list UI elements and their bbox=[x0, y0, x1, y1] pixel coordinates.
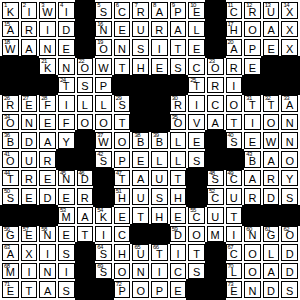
cell-r5-c14[interactable]: 32T bbox=[263, 95, 280, 112]
cell-r10-c2[interactable]: D bbox=[39, 188, 56, 205]
cell-r10-c4[interactable]: R bbox=[77, 188, 94, 205]
cell-r12-c6[interactable]: C bbox=[114, 226, 131, 243]
cell-r4-c3[interactable]: 24T bbox=[58, 77, 75, 94]
cell-letter: P bbox=[245, 43, 260, 55]
cell-r12-c5[interactable]: I bbox=[95, 226, 112, 243]
cell-r11-c6[interactable]: E bbox=[114, 207, 131, 224]
cell-r3-c13[interactable]: E bbox=[244, 58, 261, 75]
cell-letter: E bbox=[22, 99, 37, 111]
cell-letter: I bbox=[96, 229, 111, 241]
cell-r14-c1[interactable]: I bbox=[21, 263, 38, 280]
cell-r5-c15[interactable]: 33A bbox=[281, 95, 298, 112]
cell-letter: D bbox=[59, 24, 74, 36]
cell-r12-c3[interactable]: E bbox=[58, 226, 75, 243]
cell-r12-c12[interactable]: I bbox=[226, 226, 243, 243]
cell-r11-c5[interactable]: 54K bbox=[95, 207, 112, 224]
cell-letter: K bbox=[96, 211, 111, 223]
cell-r15-c9[interactable]: E bbox=[170, 281, 187, 298]
cell-letter: N bbox=[96, 24, 111, 36]
cell-letter: H bbox=[115, 248, 130, 260]
cell-letter: E bbox=[133, 155, 148, 167]
cell-letter: T bbox=[133, 211, 148, 223]
cell-r13-c0[interactable]: 63A bbox=[2, 244, 19, 261]
cell-r5-c4[interactable]: L bbox=[77, 95, 94, 112]
cell-r13-c14[interactable]: L bbox=[263, 244, 280, 261]
cell-r15-c14[interactable]: D bbox=[263, 281, 280, 298]
cell-letter: N bbox=[133, 266, 148, 278]
cell-r5-c10[interactable]: I bbox=[188, 95, 205, 112]
cell-r2-c3[interactable]: E bbox=[58, 39, 75, 56]
cell-letter: A bbox=[227, 43, 242, 55]
cell-letter: T bbox=[245, 99, 260, 111]
block-r0-c4 bbox=[77, 2, 94, 19]
cell-letter: C bbox=[227, 6, 242, 18]
cell-r1-c2[interactable]: I bbox=[39, 21, 56, 38]
cell-r14-c12[interactable]: 70L bbox=[226, 263, 243, 280]
cell-r1-c8[interactable]: R bbox=[151, 21, 168, 38]
cell-letter: E bbox=[171, 211, 186, 223]
cell-r5-c9[interactable]: 30R bbox=[170, 95, 187, 112]
cell-r15-c6[interactable]: 72P bbox=[114, 281, 131, 298]
cell-r14-c10[interactable]: S bbox=[188, 263, 205, 280]
cell-r14-c9[interactable]: C bbox=[170, 263, 187, 280]
cell-letter: S bbox=[152, 192, 167, 204]
cell-r2-c10[interactable]: E bbox=[188, 39, 205, 56]
block-r14-c11 bbox=[207, 263, 224, 280]
cell-r7-c14[interactable]: W bbox=[263, 132, 280, 149]
cell-r9-c12[interactable]: 49C bbox=[226, 170, 243, 187]
cell-r2-c8[interactable]: I bbox=[151, 39, 168, 56]
cell-letter: O bbox=[208, 62, 223, 74]
cell-r1-c6[interactable]: E bbox=[114, 21, 131, 38]
cell-r14-c8[interactable]: I bbox=[151, 263, 168, 280]
cell-r2-c2[interactable]: N bbox=[39, 39, 56, 56]
cell-r0-c2[interactable]: 3W bbox=[39, 2, 56, 19]
cell-letter: W bbox=[264, 136, 279, 148]
cell-r0-c6[interactable]: 6C bbox=[114, 2, 131, 19]
cell-r6-c9[interactable]: 35O bbox=[170, 114, 187, 131]
cell-letter: T bbox=[264, 99, 279, 111]
cell-r12-c15[interactable]: 62O bbox=[281, 226, 298, 243]
cell-r6-c3[interactable]: F bbox=[58, 114, 75, 131]
cell-letter: U bbox=[152, 173, 167, 185]
cell-r2-c0[interactable]: 18W bbox=[2, 39, 19, 56]
cell-r3-c7[interactable]: H bbox=[132, 58, 149, 75]
block-r3-c14 bbox=[263, 58, 280, 75]
cell-r0-c0[interactable]: 1K bbox=[2, 2, 19, 19]
cell-r7-c3[interactable]: Y bbox=[58, 132, 75, 149]
block-r4-c6 bbox=[114, 77, 131, 94]
cell-letter: L bbox=[189, 24, 204, 36]
cell-r0-c12[interactable]: 11C bbox=[226, 2, 243, 19]
cell-r3-c3[interactable]: N bbox=[58, 58, 75, 75]
cell-letter: C bbox=[208, 99, 223, 111]
cell-r15-c2[interactable]: A bbox=[39, 281, 56, 298]
cell-letter: O bbox=[78, 117, 93, 129]
cell-r7-c15[interactable]: N bbox=[281, 132, 298, 149]
cell-r9-c8[interactable]: U bbox=[151, 170, 168, 187]
cell-r5-c5[interactable]: L bbox=[95, 95, 112, 112]
cell-letter: P bbox=[152, 285, 167, 297]
cell-r8-c10[interactable]: S bbox=[188, 151, 205, 168]
cell-r1-c3[interactable]: D bbox=[58, 21, 75, 38]
cell-r0-c3[interactable]: 4I bbox=[58, 2, 75, 19]
cell-r0-c7[interactable]: 7R bbox=[132, 2, 149, 19]
cell-r9-c0[interactable]: 44T bbox=[2, 170, 19, 187]
cell-letter: T bbox=[227, 117, 242, 129]
cell-r7-c6[interactable]: O bbox=[114, 132, 131, 149]
cell-r14-c15[interactable]: D bbox=[281, 263, 298, 280]
cell-r15-c15[interactable]: S bbox=[281, 281, 298, 298]
cell-r6-c4[interactable]: O bbox=[77, 114, 94, 131]
cell-r4-c10[interactable]: 25T bbox=[188, 77, 205, 94]
cell-r5-c1[interactable]: 27E bbox=[21, 95, 38, 112]
cell-r9-c7[interactable]: A bbox=[132, 170, 149, 187]
cell-r11-c3[interactable]: 53M bbox=[58, 207, 75, 224]
cell-r13-c15[interactable]: D bbox=[281, 244, 298, 261]
cell-r11-c4[interactable]: A bbox=[77, 207, 94, 224]
cell-r3-c9[interactable]: S bbox=[170, 58, 187, 75]
cell-letter: O bbox=[264, 117, 279, 129]
cell-letter: T bbox=[171, 173, 186, 185]
cell-letter: L bbox=[227, 266, 242, 278]
cell-letter: A bbox=[208, 117, 223, 129]
cell-r12-c10[interactable]: O bbox=[188, 226, 205, 243]
cell-r0-c5[interactable]: 5S bbox=[95, 2, 112, 19]
cell-letter: P bbox=[115, 155, 130, 167]
cell-r0-c15[interactable]: 14X bbox=[281, 2, 298, 19]
cell-r12-c11[interactable]: M bbox=[207, 226, 224, 243]
cell-r3-c5[interactable]: W bbox=[95, 58, 112, 75]
cell-r9-c4[interactable]: 46D bbox=[77, 170, 94, 187]
cell-letter: H bbox=[227, 24, 242, 36]
cell-r2-c15[interactable]: X bbox=[281, 39, 298, 56]
cell-r10-c14[interactable]: D bbox=[263, 188, 280, 205]
cell-r14-c13[interactable]: O bbox=[244, 263, 261, 280]
cell-r1-c7[interactable]: U bbox=[132, 21, 149, 38]
cell-r8-c5[interactable]: 42S bbox=[95, 151, 112, 168]
cell-r7-c13[interactable]: E bbox=[244, 132, 261, 149]
cell-r2-c1[interactable]: A bbox=[21, 39, 38, 56]
cell-r5-c11[interactable]: C bbox=[207, 95, 224, 112]
cell-r10-c0[interactable]: 50S bbox=[2, 188, 19, 205]
cell-r2-c13[interactable]: P bbox=[244, 39, 261, 56]
cell-r1-c0[interactable]: 15A bbox=[2, 21, 19, 38]
cell-letter: O bbox=[171, 117, 186, 129]
cell-letter: A bbox=[282, 99, 297, 111]
cell-r7-c10[interactable]: E bbox=[188, 132, 205, 149]
cell-r10-c12[interactable]: U bbox=[226, 188, 243, 205]
cell-r1-c1[interactable]: R bbox=[21, 21, 38, 38]
cell-r12-c1[interactable]: 57E bbox=[21, 226, 38, 243]
cell-r13-c3[interactable]: S bbox=[58, 244, 75, 261]
cell-r4-c12[interactable]: I bbox=[226, 77, 243, 94]
cell-r15-c12[interactable]: 73E bbox=[226, 281, 243, 298]
cell-r4-c11[interactable]: R bbox=[207, 77, 224, 94]
cell-letter: I bbox=[152, 43, 167, 55]
cell-r11-c9[interactable]: E bbox=[170, 207, 187, 224]
cell-r13-c8[interactable]: 66T bbox=[151, 244, 168, 261]
cell-letter: T bbox=[115, 62, 130, 74]
cell-r4-c5[interactable]: P bbox=[95, 77, 112, 94]
cell-r5-c2[interactable]: 28F bbox=[39, 95, 56, 112]
cell-r6-c5[interactable]: O bbox=[95, 114, 112, 131]
cell-letter: H bbox=[152, 211, 167, 223]
cell-r6-c11[interactable]: A bbox=[207, 114, 224, 131]
cell-letter: E bbox=[59, 43, 74, 55]
cell-letter: E bbox=[189, 43, 204, 55]
cell-r9-c14[interactable]: R bbox=[263, 170, 280, 187]
cell-r14-c6[interactable]: O bbox=[114, 263, 131, 280]
cell-r7-c2[interactable]: A bbox=[39, 132, 56, 149]
cell-letter: U bbox=[22, 155, 37, 167]
cell-r15-c13[interactable]: N bbox=[244, 281, 261, 298]
cell-letter: N bbox=[22, 117, 37, 129]
cell-r5-c3[interactable]: I bbox=[58, 95, 75, 112]
cell-r6-c10[interactable]: V bbox=[188, 114, 205, 131]
cell-r0-c13[interactable]: 12R bbox=[244, 2, 261, 19]
cell-r10-c11[interactable]: 52C bbox=[207, 188, 224, 205]
cell-r14-c7[interactable]: N bbox=[132, 263, 149, 280]
cell-r11-c7[interactable]: T bbox=[132, 207, 149, 224]
cell-letter: P bbox=[171, 6, 186, 18]
cell-r6-c13[interactable]: I bbox=[244, 114, 261, 131]
cell-r11-c8[interactable]: H bbox=[151, 207, 168, 224]
cell-letter: T bbox=[152, 248, 167, 260]
cell-r2-c9[interactable]: T bbox=[170, 39, 187, 56]
cell-r3-c4[interactable]: 22O bbox=[77, 58, 94, 75]
cell-letter: A bbox=[3, 248, 18, 260]
cell-r6-c6[interactable]: T bbox=[114, 114, 131, 131]
cell-r13-c10[interactable]: T bbox=[188, 244, 205, 261]
cell-r12-c9[interactable]: 59D bbox=[170, 226, 187, 243]
cell-letter: D bbox=[40, 192, 55, 204]
block-r15-c5 bbox=[95, 281, 112, 298]
cell-r11-c12[interactable]: T bbox=[226, 207, 243, 224]
cell-r7-c5[interactable]: 37W bbox=[95, 132, 112, 149]
cell-r9-c6[interactable]: 47T bbox=[114, 170, 131, 187]
cell-letter: A bbox=[264, 155, 279, 167]
cell-r10-c8[interactable]: S bbox=[151, 188, 168, 205]
cell-r14-c3[interactable]: I bbox=[58, 263, 75, 280]
cell-r12-c0[interactable]: 56G bbox=[2, 226, 19, 243]
cell-r8-c6[interactable]: P bbox=[114, 151, 131, 168]
cell-r3-c2[interactable]: 21K bbox=[39, 58, 56, 75]
cell-r10-c9[interactable]: H bbox=[170, 188, 187, 205]
cell-letter: X bbox=[282, 6, 297, 18]
cell-r12-c14[interactable]: 61G bbox=[263, 226, 280, 243]
cell-r9-c2[interactable]: E bbox=[39, 170, 56, 187]
cell-r8-c7[interactable]: E bbox=[132, 151, 149, 168]
cell-r8-c9[interactable]: L bbox=[170, 151, 187, 168]
cell-letter: A bbox=[40, 285, 55, 297]
cell-r7-c1[interactable]: D bbox=[21, 132, 38, 149]
cell-r12-c2[interactable]: 58N bbox=[39, 226, 56, 243]
block-r13-c11 bbox=[207, 244, 224, 261]
cell-r9-c9[interactable]: T bbox=[170, 170, 187, 187]
cell-r14-c14[interactable]: A bbox=[263, 263, 280, 280]
cell-r2-c14[interactable]: E bbox=[263, 39, 280, 56]
cell-r6-c12[interactable]: T bbox=[226, 114, 243, 131]
cell-letter: O bbox=[3, 117, 18, 129]
cell-r8-c8[interactable]: L bbox=[151, 151, 168, 168]
cell-letter: H bbox=[171, 192, 186, 204]
cell-letter: O bbox=[282, 155, 297, 167]
cell-r3-c10[interactable]: C bbox=[188, 58, 205, 75]
cell-r6-c15[interactable]: N bbox=[281, 114, 298, 131]
cell-letter: O bbox=[96, 43, 111, 55]
cell-r9-c3[interactable]: 45N bbox=[58, 170, 75, 187]
cell-r8-c15[interactable]: O bbox=[281, 151, 298, 168]
cell-r6-c2[interactable]: E bbox=[39, 114, 56, 131]
cell-r13-c9[interactable]: I bbox=[170, 244, 187, 261]
cell-r1-c12[interactable]: 17H bbox=[226, 21, 243, 38]
cell-r15-c8[interactable]: P bbox=[151, 281, 168, 298]
cell-letter: U bbox=[227, 192, 242, 204]
cell-letter: T bbox=[3, 173, 18, 185]
cell-letter: C bbox=[115, 6, 130, 18]
cell-r0-c8[interactable]: 8A bbox=[151, 2, 168, 19]
cell-r13-c5[interactable]: 64S bbox=[95, 244, 112, 261]
cell-r10-c15[interactable]: S bbox=[281, 188, 298, 205]
cell-letter: T bbox=[189, 248, 204, 260]
cell-r15-c1[interactable]: T bbox=[21, 281, 38, 298]
cell-r14-c0[interactable]: 68M bbox=[2, 263, 19, 280]
cell-letter: O bbox=[115, 266, 130, 278]
cell-letter: E bbox=[115, 24, 130, 36]
cell-r10-c13[interactable]: R bbox=[244, 188, 261, 205]
cell-r3-c11[interactable]: 23O bbox=[207, 58, 224, 75]
cell-r9-c1[interactable]: R bbox=[21, 170, 38, 187]
cell-r9-c13[interactable]: A bbox=[244, 170, 261, 187]
cell-r1-c13[interactable]: O bbox=[244, 21, 261, 38]
cell-r14-c2[interactable]: N bbox=[39, 263, 56, 280]
cell-r6-c14[interactable]: O bbox=[263, 114, 280, 131]
cell-r15-c3[interactable]: S bbox=[58, 281, 75, 298]
cell-r14-c5[interactable]: 69S bbox=[95, 263, 112, 280]
cell-r0-c9[interactable]: 9P bbox=[170, 2, 187, 19]
cell-r10-c3[interactable]: E bbox=[58, 188, 75, 205]
block-r11-c2 bbox=[39, 207, 56, 224]
cell-letter: E bbox=[115, 211, 130, 223]
cell-r1-c10[interactable]: L bbox=[188, 21, 205, 38]
cell-r8-c14[interactable]: A bbox=[263, 151, 280, 168]
cell-letter: N bbox=[245, 285, 260, 297]
cell-r0-c1[interactable]: 2I bbox=[21, 2, 38, 19]
cell-r1-c14[interactable]: A bbox=[263, 21, 280, 38]
cell-letter: S bbox=[96, 248, 111, 260]
block-r11-c1 bbox=[21, 207, 38, 224]
cell-r5-c13[interactable]: 31T bbox=[244, 95, 261, 112]
cell-r8-c1[interactable]: U bbox=[21, 151, 38, 168]
cell-r2-c7[interactable]: S bbox=[132, 39, 149, 56]
cell-r9-c15[interactable]: Y bbox=[281, 170, 298, 187]
cell-r10-c1[interactable]: E bbox=[21, 188, 38, 205]
cell-r15-c7[interactable]: O bbox=[132, 281, 149, 298]
cell-r8-c2[interactable]: R bbox=[39, 151, 56, 168]
cell-r5-c6[interactable]: 29S bbox=[114, 95, 131, 112]
cell-r2-c5[interactable]: 19O bbox=[95, 39, 112, 56]
cell-r15-c0[interactable]: 71E bbox=[2, 281, 19, 298]
cell-letter: D bbox=[282, 266, 297, 278]
cell-letter: E bbox=[3, 285, 18, 297]
cell-letter: I bbox=[59, 266, 74, 278]
block-r1-c11 bbox=[207, 21, 224, 38]
cell-letter: C bbox=[189, 211, 204, 223]
cell-r13-c6[interactable]: H bbox=[114, 244, 131, 261]
cell-r1-c5[interactable]: 16N bbox=[95, 21, 112, 38]
cell-r3-c6[interactable]: T bbox=[114, 58, 131, 75]
cell-letter: I bbox=[22, 6, 37, 18]
block-r5-c7 bbox=[132, 95, 149, 112]
cell-r0-c14[interactable]: 13U bbox=[263, 2, 280, 19]
cell-r11-c10[interactable]: 55C bbox=[188, 207, 205, 224]
cell-r4-c4[interactable]: S bbox=[77, 77, 94, 94]
cell-letter: N bbox=[59, 173, 74, 185]
cell-r10-c7[interactable]: U bbox=[132, 188, 149, 205]
cell-letter: N bbox=[282, 117, 297, 129]
cell-r13-c1[interactable]: X bbox=[21, 244, 38, 261]
block-r7-c11 bbox=[207, 132, 224, 149]
cell-letter: A bbox=[171, 24, 186, 36]
cell-r13-c13[interactable]: O bbox=[244, 244, 261, 261]
cell-letter: L bbox=[171, 155, 186, 167]
cell-letter: A bbox=[264, 266, 279, 278]
cell-r13-c12[interactable]: 67C bbox=[226, 244, 243, 261]
cell-r13-c2[interactable]: I bbox=[39, 244, 56, 261]
cell-letter: S bbox=[227, 136, 242, 148]
cell-r2-c6[interactable]: N bbox=[114, 39, 131, 56]
cell-r11-c11[interactable]: U bbox=[207, 207, 224, 224]
cell-letter: A bbox=[264, 24, 279, 36]
cell-letter: A bbox=[245, 173, 260, 185]
cell-r7-c7[interactable]: 38B bbox=[132, 132, 149, 149]
cell-letter: T bbox=[59, 80, 74, 92]
cell-r13-c7[interactable]: 65U bbox=[132, 244, 149, 261]
cell-letter: R bbox=[227, 62, 242, 74]
cell-r9-c11[interactable]: 48S bbox=[207, 170, 224, 187]
cell-r0-c10[interactable]: 10E bbox=[188, 2, 205, 19]
cell-r7-c9[interactable]: L bbox=[170, 132, 187, 149]
cell-r3-c12[interactable]: R bbox=[226, 58, 243, 75]
cell-r12-c4[interactable]: T bbox=[77, 226, 94, 243]
cell-r8-c0[interactable]: 41O bbox=[2, 151, 19, 168]
cell-letter: O bbox=[189, 229, 204, 241]
cell-r12-c13[interactable]: 60N bbox=[244, 226, 261, 243]
cell-r3-c8[interactable]: E bbox=[151, 58, 168, 75]
cell-r1-c9[interactable]: A bbox=[170, 21, 187, 38]
cell-r7-c0[interactable]: 36B bbox=[2, 132, 19, 149]
cell-letter: A bbox=[133, 173, 148, 185]
cell-r5-c12[interactable]: O bbox=[226, 95, 243, 112]
cell-r5-c0[interactable]: 26R bbox=[2, 95, 19, 112]
cell-r8-c13[interactable]: 43B bbox=[244, 151, 261, 168]
cell-r1-c15[interactable]: X bbox=[281, 21, 298, 38]
cell-letter: S bbox=[115, 99, 130, 111]
cell-letter: W bbox=[3, 43, 18, 55]
cell-letter: D bbox=[264, 285, 279, 297]
cell-r6-c1[interactable]: N bbox=[21, 114, 38, 131]
block-r10-c5 bbox=[95, 188, 112, 205]
cell-letter: R bbox=[171, 99, 186, 111]
cell-letter: O bbox=[245, 24, 260, 36]
cell-r7-c8[interactable]: 39B bbox=[151, 132, 168, 149]
cell-r2-c12[interactable]: 20A bbox=[226, 39, 243, 56]
cell-r6-c0[interactable]: 34O bbox=[2, 114, 19, 131]
cell-r7-c12[interactable]: 40S bbox=[226, 132, 243, 149]
cell-r10-c6[interactable]: 51H bbox=[114, 188, 131, 205]
cell-letter: N bbox=[40, 229, 55, 241]
